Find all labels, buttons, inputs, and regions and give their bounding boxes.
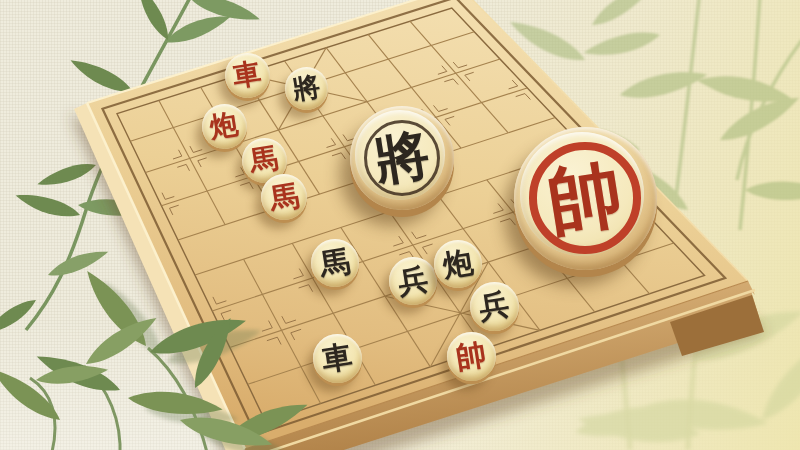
xiangqi-piece-horse-red[interactable]: 馬: [261, 174, 307, 220]
piece-glyph-marshal: 帥: [454, 339, 488, 373]
piece-glyph-cannon: 炮: [441, 247, 475, 281]
xiangqi-piece-chariot-black[interactable]: 車: [313, 334, 362, 383]
piece-glyph-showcase-marshal-red: 帥: [543, 156, 628, 241]
piece-glyph-soldier: 兵: [396, 264, 430, 298]
piece-glyph-chariot: 車: [320, 341, 354, 375]
piece-glyph-horse: 馬: [318, 246, 352, 280]
piece-glyph-general: 將: [291, 73, 322, 104]
piece-glyph-horse: 馬: [248, 144, 280, 176]
piece-glyph-showcase-general-black: 將: [371, 127, 433, 189]
piece-glyph-chariot: 車: [231, 59, 263, 91]
xiangqi-piece-showcase-general-black-black[interactable]: 將: [350, 106, 454, 210]
piece-glyph-cannon: 炮: [208, 110, 240, 142]
xiangqi-piece-marshal-red[interactable]: 帥: [447, 332, 496, 381]
pieces-layer: 車炮將馬馬馬兵炮兵車帥將帥: [0, 0, 800, 450]
xiangqi-piece-cannon-red[interactable]: 炮: [202, 104, 247, 149]
xiangqi-piece-horse-black[interactable]: 馬: [311, 239, 359, 287]
piece-glyph-soldier: 兵: [477, 289, 511, 323]
piece-glyph-horse: 馬: [267, 180, 300, 213]
xiangqi-piece-chariot-red[interactable]: 車: [225, 53, 270, 98]
xiangqi-piece-soldier-black[interactable]: 兵: [470, 282, 519, 331]
xiangqi-piece-showcase-marshal-red-red[interactable]: 帥: [514, 127, 657, 270]
xiangqi-piece-soldier-black[interactable]: 兵: [389, 257, 437, 305]
xiangqi-piece-general-black[interactable]: 將: [285, 67, 328, 110]
xiangqi-piece-cannon-black[interactable]: 炮: [434, 240, 482, 288]
xiangqi-promo-scene: 車炮將馬馬馬兵炮兵車帥將帥: [0, 0, 800, 450]
